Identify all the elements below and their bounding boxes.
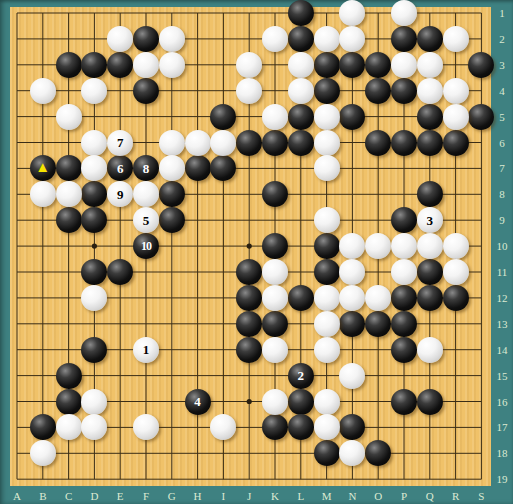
stone-white-L3[interactable] [288, 52, 314, 78]
stone-black-J11[interactable] [236, 259, 262, 285]
stone-black-R6[interactable] [443, 130, 469, 156]
stone-white-E6[interactable]: 7 [107, 130, 133, 156]
stone-black-L2[interactable] [288, 26, 314, 52]
stone-white-J3[interactable] [236, 52, 262, 78]
move-number-label: 7 [117, 136, 124, 149]
move-number-label: 6 [117, 162, 124, 175]
stone-black-C3[interactable] [56, 52, 82, 78]
stone-white-F3[interactable] [133, 52, 159, 78]
stone-black-G8[interactable] [159, 181, 185, 207]
stone-black-C15[interactable] [56, 363, 82, 389]
stone-white-M17[interactable] [314, 414, 340, 440]
stone-white-P10[interactable] [391, 233, 417, 259]
stone-white-R10[interactable] [443, 233, 469, 259]
stone-white-R11[interactable] [443, 259, 469, 285]
stone-black-F2[interactable] [133, 26, 159, 52]
move-number-label: 5 [143, 214, 150, 227]
column-label-F: F [137, 489, 155, 503]
row-label-15: 15 [493, 369, 511, 383]
column-label-S: S [472, 489, 490, 503]
column-label-G: G [163, 489, 181, 503]
stone-white-C8[interactable] [56, 181, 82, 207]
stone-black-J13[interactable] [236, 311, 262, 337]
stone-black-O3[interactable] [365, 52, 391, 78]
stone-black-P16[interactable] [391, 389, 417, 415]
stone-white-K11[interactable] [262, 259, 288, 285]
column-label-N: N [343, 489, 361, 503]
stone-white-P1[interactable] [391, 0, 417, 26]
go-board-frame: ▲68102479531 ABCDEFGHIJKLMNOPQRS 1234567… [0, 0, 513, 504]
stone-black-C9[interactable] [56, 207, 82, 233]
stone-white-D16[interactable] [81, 389, 107, 415]
stone-black-O13[interactable] [365, 311, 391, 337]
stone-black-M4[interactable] [314, 78, 340, 104]
stone-white-M9[interactable] [314, 207, 340, 233]
stone-black-J6[interactable] [236, 130, 262, 156]
stone-black-K10[interactable] [262, 233, 288, 259]
stone-black-D14[interactable] [81, 337, 107, 363]
stone-white-D4[interactable] [81, 78, 107, 104]
stone-black-P6[interactable] [391, 130, 417, 156]
stone-white-Q4[interactable] [417, 78, 443, 104]
stone-white-K14[interactable] [262, 337, 288, 363]
stone-black-P4[interactable] [391, 78, 417, 104]
stone-white-K12[interactable] [262, 285, 288, 311]
stone-white-P3[interactable] [391, 52, 417, 78]
stone-black-J14[interactable] [236, 337, 262, 363]
stone-black-M10[interactable] [314, 233, 340, 259]
stone-white-B18[interactable] [30, 440, 56, 466]
row-label-1: 1 [493, 6, 511, 20]
stone-black-L17[interactable] [288, 414, 314, 440]
column-label-H: H [189, 489, 207, 503]
stone-black-O6[interactable] [365, 130, 391, 156]
stone-white-E2[interactable] [107, 26, 133, 52]
move-number-label: 9 [117, 188, 124, 201]
stone-black-K13[interactable] [262, 311, 288, 337]
stone-black-P2[interactable] [391, 26, 417, 52]
stone-white-F14[interactable]: 1 [133, 337, 159, 363]
stone-white-C17[interactable] [56, 414, 82, 440]
stone-black-Q11[interactable] [417, 259, 443, 285]
column-label-R: R [447, 489, 465, 503]
stone-black-L1[interactable] [288, 0, 314, 26]
stone-white-K16[interactable] [262, 389, 288, 415]
column-label-O: O [369, 489, 387, 503]
stone-white-K2[interactable] [262, 26, 288, 52]
row-label-7: 7 [493, 161, 511, 175]
stone-white-M7[interactable] [314, 155, 340, 181]
stone-white-K5[interactable] [262, 104, 288, 130]
move-number-label: 10 [141, 240, 151, 252]
stone-black-D3[interactable] [81, 52, 107, 78]
column-label-C: C [60, 489, 78, 503]
column-label-P: P [395, 489, 413, 503]
row-label-18: 18 [493, 446, 511, 460]
stone-white-G7[interactable] [159, 155, 185, 181]
stone-white-B8[interactable] [30, 181, 56, 207]
column-label-K: K [266, 489, 284, 503]
stone-black-G9[interactable] [159, 207, 185, 233]
stone-white-P11[interactable] [391, 259, 417, 285]
stone-black-B7[interactable]: ▲ [30, 155, 56, 181]
stone-black-O4[interactable] [365, 78, 391, 104]
row-label-8: 8 [493, 187, 511, 201]
stone-white-M5[interactable] [314, 104, 340, 130]
stone-white-M12[interactable] [314, 285, 340, 311]
stone-black-L16[interactable] [288, 389, 314, 415]
stone-white-Q14[interactable] [417, 337, 443, 363]
row-label-11: 11 [493, 265, 511, 279]
stone-black-P13[interactable] [391, 311, 417, 337]
stone-black-N13[interactable] [339, 311, 365, 337]
stone-black-S3[interactable] [468, 52, 494, 78]
row-label-2: 2 [493, 32, 511, 46]
column-label-J: J [240, 489, 258, 503]
stone-white-G3[interactable] [159, 52, 185, 78]
column-label-I: I [214, 489, 232, 503]
move-number-label: 2 [298, 369, 305, 382]
stone-black-L5[interactable] [288, 104, 314, 130]
stone-black-Q2[interactable] [417, 26, 443, 52]
stone-white-Q9[interactable]: 3 [417, 207, 443, 233]
stone-white-N15[interactable] [339, 363, 365, 389]
stone-white-R5[interactable] [443, 104, 469, 130]
stone-black-L15[interactable]: 2 [288, 363, 314, 389]
stone-black-N5[interactable] [339, 104, 365, 130]
column-label-B: B [34, 489, 52, 503]
stone-black-F10[interactable]: 10 [133, 233, 159, 259]
stone-white-J4[interactable] [236, 78, 262, 104]
stone-black-I5[interactable] [210, 104, 236, 130]
move-number-label: 8 [143, 162, 150, 175]
stone-black-K6[interactable] [262, 130, 288, 156]
move-number-label: 3 [427, 214, 434, 227]
stone-black-P12[interactable] [391, 285, 417, 311]
stone-white-B4[interactable] [30, 78, 56, 104]
row-label-14: 14 [493, 343, 511, 357]
stone-black-C7[interactable] [56, 155, 82, 181]
stone-white-R2[interactable] [443, 26, 469, 52]
stone-white-H6[interactable] [185, 130, 211, 156]
row-label-17: 17 [493, 420, 511, 434]
column-label-Q: Q [421, 489, 439, 503]
column-label-L: L [292, 489, 310, 503]
stone-black-N3[interactable] [339, 52, 365, 78]
row-label-13: 13 [493, 317, 511, 331]
stone-black-B17[interactable] [30, 414, 56, 440]
stone-black-P9[interactable] [391, 207, 417, 233]
stone-black-E3[interactable] [107, 52, 133, 78]
triangle-marker-icon: ▲ [30, 154, 56, 180]
stone-white-C5[interactable] [56, 104, 82, 130]
stone-white-M6[interactable] [314, 130, 340, 156]
row-label-16: 16 [493, 395, 511, 409]
row-label-3: 3 [493, 58, 511, 72]
stone-black-P14[interactable] [391, 337, 417, 363]
stone-black-Q6[interactable] [417, 130, 443, 156]
stone-white-R4[interactable] [443, 78, 469, 104]
stone-white-D6[interactable] [81, 130, 107, 156]
row-label-10: 10 [493, 239, 511, 253]
column-label-M: M [318, 489, 336, 503]
stone-black-Q16[interactable] [417, 389, 443, 415]
row-label-12: 12 [493, 291, 511, 305]
stone-white-G6[interactable] [159, 130, 185, 156]
column-label-D: D [85, 489, 103, 503]
row-label-5: 5 [493, 110, 511, 124]
stone-white-Q3[interactable] [417, 52, 443, 78]
stone-white-M2[interactable] [314, 26, 340, 52]
row-label-9: 9 [493, 213, 511, 227]
move-number-label: 1 [143, 343, 150, 356]
stone-white-O12[interactable] [365, 285, 391, 311]
column-label-A: A [8, 489, 26, 503]
stone-black-H16[interactable]: 4 [185, 389, 211, 415]
stone-black-J12[interactable] [236, 285, 262, 311]
stone-white-Q10[interactable] [417, 233, 443, 259]
stone-white-M14[interactable] [314, 337, 340, 363]
stone-black-Q8[interactable] [417, 181, 443, 207]
stone-white-M13[interactable] [314, 311, 340, 337]
stone-black-C16[interactable] [56, 389, 82, 415]
stone-black-S5[interactable] [468, 104, 494, 130]
stone-white-L4[interactable] [288, 78, 314, 104]
move-number-label: 4 [194, 395, 201, 408]
stone-black-R12[interactable] [443, 285, 469, 311]
stone-black-E11[interactable] [107, 259, 133, 285]
stone-black-Q12[interactable] [417, 285, 443, 311]
stone-white-G2[interactable] [159, 26, 185, 52]
stone-white-M16[interactable] [314, 389, 340, 415]
stone-black-M11[interactable] [314, 259, 340, 285]
row-label-6: 6 [493, 136, 511, 150]
stone-white-I6[interactable] [210, 130, 236, 156]
row-label-4: 4 [493, 84, 511, 98]
stone-black-H7[interactable] [185, 155, 211, 181]
row-label-19: 19 [493, 472, 511, 486]
column-label-E: E [111, 489, 129, 503]
stone-black-M3[interactable] [314, 52, 340, 78]
stone-black-L6[interactable] [288, 130, 314, 156]
stone-white-F9[interactable]: 5 [133, 207, 159, 233]
stone-black-M18[interactable] [314, 440, 340, 466]
stone-black-F4[interactable] [133, 78, 159, 104]
stone-black-Q5[interactable] [417, 104, 443, 130]
stone-black-L12[interactable] [288, 285, 314, 311]
